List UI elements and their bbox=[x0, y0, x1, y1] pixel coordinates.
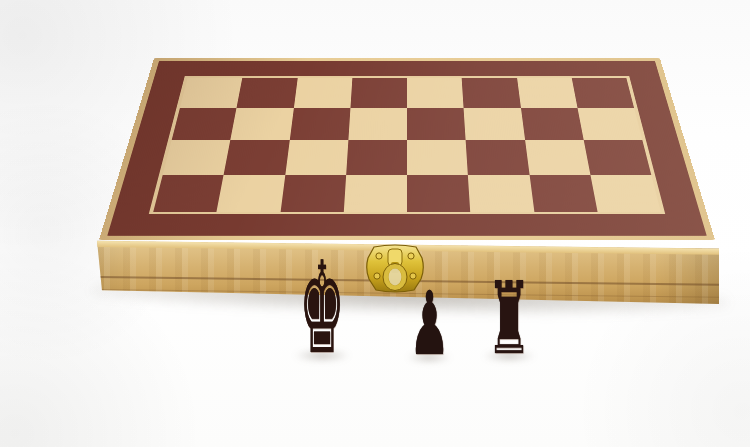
board-square bbox=[348, 108, 407, 140]
board-square bbox=[529, 175, 597, 212]
board-square bbox=[344, 175, 407, 212]
board-square bbox=[163, 140, 231, 175]
board-square bbox=[407, 108, 466, 140]
board-square bbox=[590, 175, 661, 212]
board-square bbox=[462, 78, 521, 108]
board-square bbox=[153, 175, 224, 212]
board-square bbox=[407, 78, 464, 108]
board-square bbox=[237, 78, 298, 108]
board-square bbox=[407, 140, 468, 175]
board-square bbox=[583, 140, 651, 175]
board-square bbox=[217, 175, 285, 212]
board-square bbox=[231, 108, 294, 140]
black-pawn-piece: ♟ bbox=[402, 298, 456, 359]
black-king-piece: ♚ bbox=[292, 258, 352, 358]
board-square bbox=[280, 175, 346, 212]
board-square bbox=[525, 140, 590, 175]
black-rook-piece: ♜ bbox=[480, 286, 538, 358]
board-square bbox=[285, 140, 348, 175]
board-square bbox=[289, 108, 350, 140]
board-square bbox=[517, 78, 578, 108]
board-square bbox=[468, 175, 534, 212]
board-square bbox=[180, 78, 243, 108]
board-square bbox=[577, 108, 642, 140]
board-square bbox=[224, 140, 289, 175]
board-square bbox=[521, 108, 584, 140]
board-square bbox=[346, 140, 407, 175]
board-square bbox=[572, 78, 635, 108]
checkerboard bbox=[153, 78, 661, 212]
board-square bbox=[464, 108, 525, 140]
board-square bbox=[172, 108, 237, 140]
board-square bbox=[466, 140, 529, 175]
product-photo-scene: ♚ ♟ ♜ bbox=[0, 0, 750, 447]
pawn-glyph: ♟ bbox=[408, 290, 449, 359]
king-glyph: ♚ bbox=[299, 259, 345, 358]
board-square bbox=[407, 175, 470, 212]
rook-glyph: ♜ bbox=[487, 280, 532, 358]
board-square bbox=[293, 78, 352, 108]
board-square bbox=[350, 78, 407, 108]
box-lid-top bbox=[99, 58, 715, 240]
